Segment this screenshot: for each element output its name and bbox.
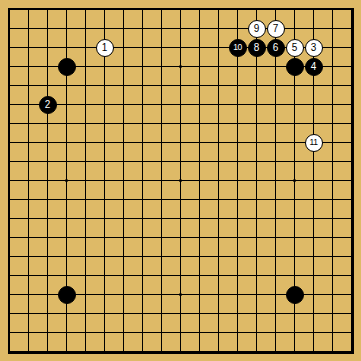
- star-point-dot: [179, 65, 182, 68]
- move-number: 6: [273, 43, 279, 53]
- white-stone-circle: 5: [286, 39, 304, 57]
- white-stone-move-5: 5: [285, 38, 304, 57]
- star-point: [285, 171, 304, 190]
- star-point-dot: [179, 293, 182, 296]
- black-stone-setup: [285, 57, 304, 76]
- white-stone-move-1: 1: [95, 38, 114, 57]
- move-number: 10: [233, 43, 242, 52]
- black-stone-setup: [285, 285, 304, 304]
- black-stone-circle: 10: [229, 39, 247, 57]
- move-number: 8: [254, 43, 260, 53]
- board-intersections: 1234567891011: [0, 0, 361, 361]
- move-number: 4: [311, 62, 317, 72]
- star-point: [171, 171, 190, 190]
- black-stone-setup: [57, 285, 76, 304]
- star-point-dot: [179, 179, 182, 182]
- white-stone-move-7: 7: [266, 19, 285, 38]
- black-stone-circle: 8: [248, 39, 266, 57]
- white-stone-circle: 11: [305, 134, 323, 152]
- star-point: [57, 171, 76, 190]
- move-number: 9: [254, 24, 260, 34]
- move-number: 3: [311, 43, 317, 53]
- move-number: 5: [292, 43, 298, 53]
- black-stone-circle: 6: [267, 39, 285, 57]
- white-stone-move-9: 9: [247, 19, 266, 38]
- black-stone-move-10: 10: [228, 38, 247, 57]
- black-stone-circle: [286, 286, 304, 304]
- black-stone-setup: [57, 57, 76, 76]
- white-stone-move-3: 3: [304, 38, 323, 57]
- black-stone-move-2: 2: [38, 95, 57, 114]
- black-stone-circle: [58, 286, 76, 304]
- white-stone-circle: 9: [248, 20, 266, 38]
- white-stone-circle: 1: [96, 39, 114, 57]
- black-stone-move-4: 4: [304, 57, 323, 76]
- move-number: 7: [273, 24, 279, 34]
- black-stone-move-6: 6: [266, 38, 285, 57]
- star-point-dot: [293, 179, 296, 182]
- black-stone-circle: [58, 58, 76, 76]
- black-stone-circle: 2: [39, 96, 57, 114]
- black-stone-move-8: 8: [247, 38, 266, 57]
- black-stone-circle: 4: [305, 58, 323, 76]
- white-stone-move-11: 11: [304, 133, 323, 152]
- move-number: 1: [102, 43, 108, 53]
- star-point-dot: [65, 179, 68, 182]
- white-stone-circle: 3: [305, 39, 323, 57]
- white-stone-circle: 7: [267, 20, 285, 38]
- black-stone-circle: [286, 58, 304, 76]
- star-point: [171, 285, 190, 304]
- go-board: 1234567891011: [0, 0, 361, 361]
- move-number: 2: [45, 100, 51, 110]
- star-point: [171, 57, 190, 76]
- move-number: 11: [309, 138, 317, 147]
